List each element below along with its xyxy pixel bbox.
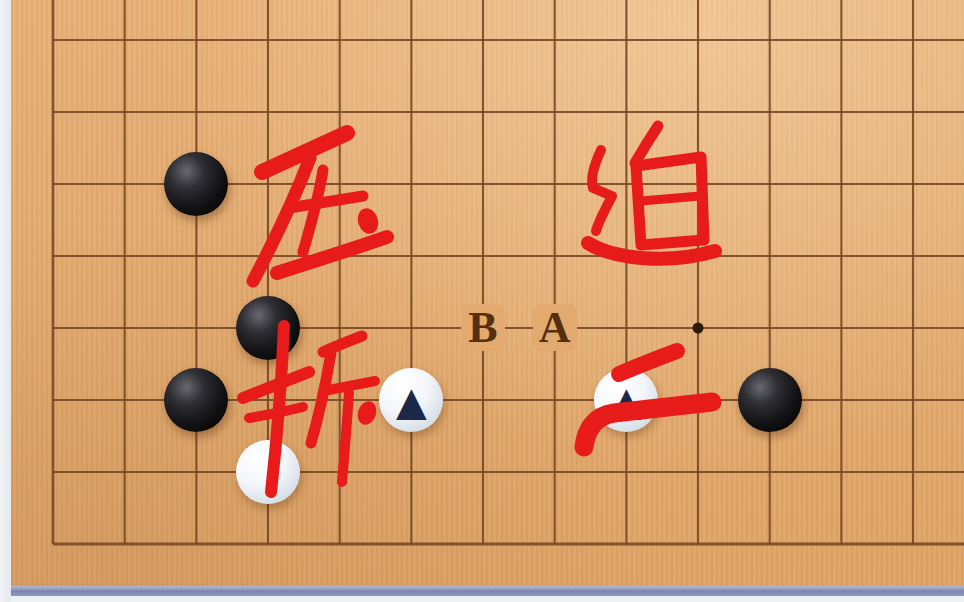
calligraphy-char-ya: 压 — [253, 133, 387, 281]
calligraphy-char-po: 迫 — [588, 126, 715, 259]
calligraphy-char-er: 二 — [584, 351, 712, 447]
calligraphy-char-chai: 拆 — [243, 326, 379, 492]
red-calligraphy-overlay: 压 迫 拆 二 — [0, 0, 964, 602]
video-frame[interactable]: ▲▲ BA 压 迫 拆 — [0, 0, 964, 602]
